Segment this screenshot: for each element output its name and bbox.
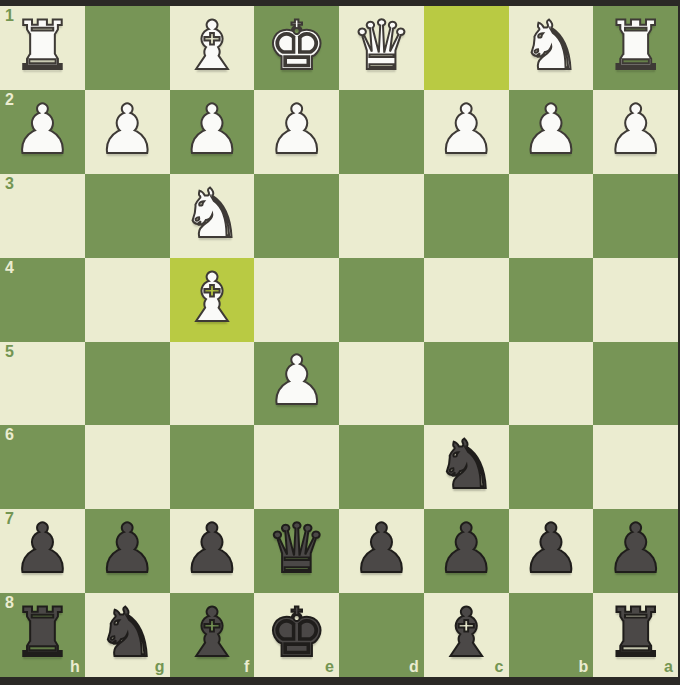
piece-white-bishop[interactable]: ♝ [170,258,255,342]
square-g5[interactable] [85,342,170,426]
square-d4[interactable] [339,258,424,342]
piece-white-pawn[interactable]: ♟ [254,90,339,174]
square-f6[interactable] [170,425,255,509]
square-a5[interactable] [593,342,678,426]
file-label-d: d [409,659,419,675]
piece-white-king[interactable]: ♚ [254,6,339,90]
rank-label-3: 3 [5,176,14,192]
piece-black-pawn[interactable]: ♟ [85,509,170,593]
piece-black-pawn[interactable]: ♟ [509,509,594,593]
square-e3[interactable] [254,174,339,258]
file-label-b: b [578,659,588,675]
piece-black-pawn[interactable]: ♟ [424,509,509,593]
square-g3[interactable] [85,174,170,258]
square-b8[interactable]: b [509,593,594,677]
square-c3[interactable] [424,174,509,258]
square-e5[interactable]: ♟ [254,342,339,426]
square-b1[interactable]: ♞ [509,6,594,90]
chess-app-stage: 1♜♝♚♛♞♜2♟♟♟♟♟♟♟3♞4♝5♟6♞7♟♟♟♛♟♟♟♟8h♜g♞f♝e… [0,0,680,685]
square-e6[interactable] [254,425,339,509]
square-f2[interactable]: ♟ [170,90,255,174]
square-d7[interactable]: ♟ [339,509,424,593]
square-b5[interactable] [509,342,594,426]
square-c1[interactable] [424,6,509,90]
square-g4[interactable] [85,258,170,342]
square-h8[interactable]: 8h♜ [0,593,85,677]
piece-white-rook[interactable]: ♜ [593,6,678,90]
piece-white-pawn[interactable]: ♟ [254,342,339,426]
piece-black-bishop[interactable]: ♝ [424,593,509,677]
square-f5[interactable] [170,342,255,426]
piece-black-pawn[interactable]: ♟ [339,509,424,593]
piece-black-pawn[interactable]: ♟ [593,509,678,593]
piece-black-pawn[interactable]: ♟ [0,509,85,593]
square-e4[interactable] [254,258,339,342]
piece-black-knight[interactable]: ♞ [424,425,509,509]
square-e2[interactable]: ♟ [254,90,339,174]
square-d2[interactable] [339,90,424,174]
square-b4[interactable] [509,258,594,342]
rank-label-4: 4 [5,260,14,276]
square-c4[interactable] [424,258,509,342]
square-d1[interactable]: ♛ [339,6,424,90]
square-d3[interactable] [339,174,424,258]
piece-white-pawn[interactable]: ♟ [170,90,255,174]
square-g1[interactable] [85,6,170,90]
chess-board: 1♜♝♚♛♞♜2♟♟♟♟♟♟♟3♞4♝5♟6♞7♟♟♟♛♟♟♟♟8h♜g♞f♝e… [0,6,678,677]
square-h2[interactable]: 2♟ [0,90,85,174]
piece-white-knight[interactable]: ♞ [170,174,255,258]
square-h7[interactable]: 7♟ [0,509,85,593]
square-b2[interactable]: ♟ [509,90,594,174]
square-g2[interactable]: ♟ [85,90,170,174]
piece-black-rook[interactable]: ♜ [0,593,85,677]
square-f1[interactable]: ♝ [170,6,255,90]
square-b7[interactable]: ♟ [509,509,594,593]
piece-white-pawn[interactable]: ♟ [424,90,509,174]
square-a8[interactable]: a♜ [593,593,678,677]
square-e8[interactable]: e♚ [254,593,339,677]
piece-black-pawn[interactable]: ♟ [170,509,255,593]
piece-white-rook[interactable]: ♜ [0,6,85,90]
square-g8[interactable]: g♞ [85,593,170,677]
square-h4[interactable]: 4 [0,258,85,342]
square-c2[interactable]: ♟ [424,90,509,174]
piece-white-bishop[interactable]: ♝ [170,6,255,90]
square-e7[interactable]: ♛ [254,509,339,593]
piece-black-queen[interactable]: ♛ [254,509,339,593]
rank-label-5: 5 [5,344,14,360]
square-g6[interactable] [85,425,170,509]
piece-black-king[interactable]: ♚ [254,593,339,677]
piece-black-knight[interactable]: ♞ [85,593,170,677]
piece-white-pawn[interactable]: ♟ [85,90,170,174]
square-d6[interactable] [339,425,424,509]
rank-label-6: 6 [5,427,14,443]
piece-white-knight[interactable]: ♞ [509,6,594,90]
square-b3[interactable] [509,174,594,258]
square-h1[interactable]: 1♜ [0,6,85,90]
piece-white-queen[interactable]: ♛ [339,6,424,90]
piece-white-pawn[interactable]: ♟ [509,90,594,174]
square-a6[interactable] [593,425,678,509]
square-a4[interactable] [593,258,678,342]
square-f8[interactable]: f♝ [170,593,255,677]
square-h5[interactable]: 5 [0,342,85,426]
square-b6[interactable] [509,425,594,509]
piece-white-pawn[interactable]: ♟ [593,90,678,174]
square-c5[interactable] [424,342,509,426]
piece-black-rook[interactable]: ♜ [593,593,678,677]
square-f4[interactable]: ♝ [170,258,255,342]
square-c7[interactable]: ♟ [424,509,509,593]
square-a1[interactable]: ♜ [593,6,678,90]
square-f3[interactable]: ♞ [170,174,255,258]
square-d8[interactable]: d [339,593,424,677]
square-a3[interactable] [593,174,678,258]
square-h3[interactable]: 3 [0,174,85,258]
square-f7[interactable]: ♟ [170,509,255,593]
square-a2[interactable]: ♟ [593,90,678,174]
square-c6[interactable]: ♞ [424,425,509,509]
square-a7[interactable]: ♟ [593,509,678,593]
square-d5[interactable] [339,342,424,426]
square-e1[interactable]: ♚ [254,6,339,90]
square-g7[interactable]: ♟ [85,509,170,593]
piece-white-pawn[interactable]: ♟ [0,90,85,174]
square-h6[interactable]: 6 [0,425,85,509]
square-c8[interactable]: c♝ [424,593,509,677]
piece-black-bishop[interactable]: ♝ [170,593,255,677]
